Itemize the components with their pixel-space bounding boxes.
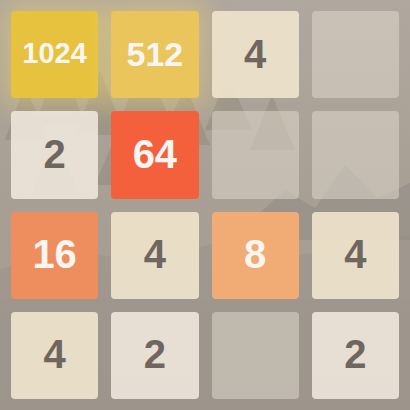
empty-cell <box>312 111 399 198</box>
tile-value: 4 <box>344 234 366 274</box>
tile-4: 4 <box>11 312 98 399</box>
tile-4: 4 <box>312 212 399 299</box>
tile-value: 2 <box>344 334 366 374</box>
tile-value: 4 <box>44 334 66 374</box>
tile-value: 4 <box>244 34 266 74</box>
empty-cell <box>212 312 299 399</box>
empty-cell <box>312 11 399 98</box>
board-2048[interactable]: 1024512426416484422 <box>0 0 410 410</box>
tile-1024: 1024 <box>11 11 98 98</box>
tile-2: 2 <box>11 111 98 198</box>
tile-value: 16 <box>32 234 77 274</box>
tile-4: 4 <box>111 212 198 299</box>
tile-8: 8 <box>212 212 299 299</box>
tile-4: 4 <box>212 11 299 98</box>
tile-16: 16 <box>11 212 98 299</box>
tile-value: 512 <box>127 37 184 71</box>
app-2048: 1024512426416484422 <box>0 0 410 410</box>
tile-value: 1024 <box>22 39 87 68</box>
tile-64: 64 <box>111 111 198 198</box>
tile-value: 64 <box>133 134 178 174</box>
tile-value: 2 <box>44 134 66 174</box>
tile-value: 2 <box>144 334 166 374</box>
empty-cell <box>212 111 299 198</box>
tile-2: 2 <box>312 312 399 399</box>
tile-512: 512 <box>111 11 198 98</box>
tile-value: 4 <box>144 234 166 274</box>
tile-value: 8 <box>244 234 266 274</box>
tile-2: 2 <box>111 312 198 399</box>
